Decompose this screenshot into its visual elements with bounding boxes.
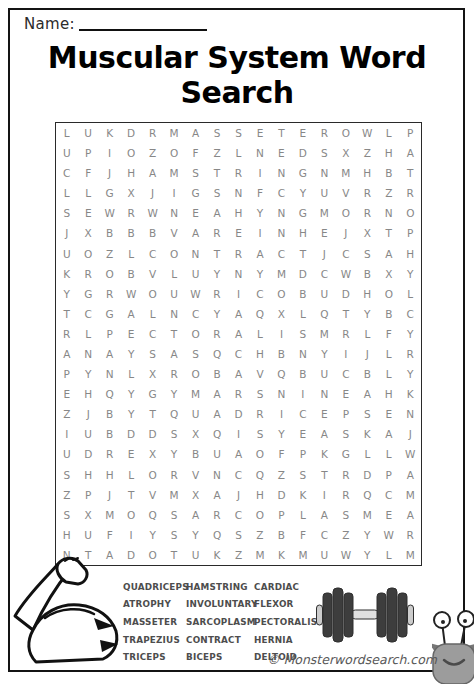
cell-r6c7[interactable]: A <box>185 223 206 243</box>
cell-r16c10[interactable]: S <box>249 424 270 444</box>
cell-r6c6[interactable]: V <box>163 223 184 243</box>
cell-r15c7[interactable]: U <box>185 404 206 424</box>
cell-r16c4[interactable]: D <box>120 424 141 444</box>
cell-r13c11[interactable]: Q <box>271 364 292 384</box>
cell-r8c4[interactable]: B <box>120 264 141 284</box>
cell-r17c13[interactable]: K <box>314 444 335 464</box>
cell-r15c6[interactable]: Q <box>163 404 184 424</box>
cell-r1c3[interactable]: K <box>99 123 120 143</box>
cell-r2c14[interactable]: X <box>335 143 356 163</box>
cell-r21c1[interactable]: H <box>56 525 77 545</box>
cell-r2c12[interactable]: D <box>292 143 313 163</box>
cell-r5c11[interactable]: N <box>271 203 292 223</box>
cell-r18c1[interactable]: S <box>56 465 77 485</box>
cell-r18c10[interactable]: Q <box>249 465 270 485</box>
cell-r15c11[interactable]: I <box>271 404 292 424</box>
cell-r3c2[interactable]: F <box>77 163 98 183</box>
cell-r15c16[interactable]: E <box>378 404 399 424</box>
cell-r13c16[interactable]: L <box>378 364 399 384</box>
cell-r14c13[interactable]: N <box>314 384 335 404</box>
cell-r15c5[interactable]: T <box>142 404 163 424</box>
cell-r19c6[interactable]: M <box>163 485 184 505</box>
cell-r4c7[interactable]: G <box>185 183 206 203</box>
cell-r10c16[interactable]: B <box>378 304 399 324</box>
cell-r6c5[interactable]: B <box>142 223 163 243</box>
cell-r9c12[interactable]: B <box>292 284 313 304</box>
cell-r16c6[interactable]: S <box>163 424 184 444</box>
cell-r2c6[interactable]: O <box>163 143 184 163</box>
cell-r13c15[interactable]: B <box>357 364 378 384</box>
cell-r9c4[interactable]: W <box>120 284 141 304</box>
cell-r6c3[interactable]: B <box>99 223 120 243</box>
cell-r16c12[interactable]: E <box>292 424 313 444</box>
cell-r9c1[interactable]: Y <box>56 284 77 304</box>
cell-r16c16[interactable]: A <box>378 424 399 444</box>
cell-r22c13[interactable]: U <box>314 545 335 565</box>
cell-r13c13[interactable]: U <box>314 364 335 384</box>
cell-r6c11[interactable]: N <box>271 223 292 243</box>
cell-r1c15[interactable]: W <box>357 123 378 143</box>
cell-r2c3[interactable]: I <box>99 143 120 163</box>
cell-r9c13[interactable]: U <box>314 284 335 304</box>
cell-r8c7[interactable]: U <box>185 264 206 284</box>
cell-r2c2[interactable]: P <box>77 143 98 163</box>
cell-r13c12[interactable]: B <box>292 364 313 384</box>
cell-r15c2[interactable]: J <box>77 404 98 424</box>
cell-r1c17[interactable]: P <box>400 123 421 143</box>
cell-r13c2[interactable]: Y <box>77 364 98 384</box>
cell-r5c4[interactable]: R <box>120 203 141 223</box>
cell-r19c8[interactable]: A <box>206 485 227 505</box>
cell-r11c6[interactable]: T <box>163 324 184 344</box>
cell-r13c4[interactable]: L <box>120 364 141 384</box>
cell-r18c13[interactable]: T <box>314 465 335 485</box>
cell-r7c1[interactable]: U <box>56 244 77 264</box>
cell-r19c14[interactable]: R <box>335 485 356 505</box>
cell-r21c17[interactable]: R <box>400 525 421 545</box>
cell-r5c7[interactable]: E <box>185 203 206 223</box>
cell-r5c3[interactable]: W <box>99 203 120 223</box>
cell-r10c9[interactable]: A <box>228 304 249 324</box>
cell-r15c1[interactable]: Z <box>56 404 77 424</box>
cell-r8c17[interactable]: Y <box>400 264 421 284</box>
cell-r9c5[interactable]: O <box>142 284 163 304</box>
cell-r20c6[interactable]: S <box>163 505 184 525</box>
cell-r2c15[interactable]: Z <box>357 143 378 163</box>
cell-r21c5[interactable]: Y <box>142 525 163 545</box>
cell-r12c13[interactable]: Y <box>314 344 335 364</box>
cell-r8c8[interactable]: Y <box>206 264 227 284</box>
cell-r3c3[interactable]: J <box>99 163 120 183</box>
cell-r7c14[interactable]: C <box>335 244 356 264</box>
cell-r7c17[interactable]: H <box>400 244 421 264</box>
cell-r9c7[interactable]: W <box>185 284 206 304</box>
cell-r4c16[interactable]: Z <box>378 183 399 203</box>
cell-r22c11[interactable]: K <box>271 545 292 565</box>
cell-r8c14[interactable]: W <box>335 264 356 284</box>
cell-r7c6[interactable]: O <box>163 244 184 264</box>
cell-r18c12[interactable]: S <box>292 465 313 485</box>
cell-r20c4[interactable]: O <box>120 505 141 525</box>
cell-r11c1[interactable]: R <box>56 324 77 344</box>
cell-r19c12[interactable]: K <box>292 485 313 505</box>
cell-r15c8[interactable]: A <box>206 404 227 424</box>
cell-r6c4[interactable]: B <box>120 223 141 243</box>
cell-r19c13[interactable]: I <box>314 485 335 505</box>
cell-r7c10[interactable]: A <box>249 244 270 264</box>
cell-r13c8[interactable]: B <box>206 364 227 384</box>
cell-r9c3[interactable]: R <box>99 284 120 304</box>
cell-r2c5[interactable]: Z <box>142 143 163 163</box>
cell-r8c15[interactable]: B <box>357 264 378 284</box>
cell-r14c15[interactable]: A <box>357 384 378 404</box>
cell-r22c15[interactable]: Y <box>357 545 378 565</box>
cell-r12c1[interactable]: A <box>56 344 77 364</box>
cell-r18c3[interactable]: H <box>99 465 120 485</box>
cell-r18c5[interactable]: O <box>142 465 163 485</box>
cell-r20c7[interactable]: A <box>185 505 206 525</box>
cell-r16c17[interactable]: J <box>400 424 421 444</box>
cell-r19c9[interactable]: J <box>228 485 249 505</box>
cell-r3c4[interactable]: H <box>120 163 141 183</box>
cell-r11c4[interactable]: E <box>120 324 141 344</box>
cell-r2c8[interactable]: Z <box>206 143 227 163</box>
cell-r7c2[interactable]: O <box>77 244 98 264</box>
cell-r6c10[interactable]: I <box>249 223 270 243</box>
cell-r17c12[interactable]: P <box>292 444 313 464</box>
cell-r5c12[interactable]: G <box>292 203 313 223</box>
cell-r9c16[interactable]: O <box>378 284 399 304</box>
cell-r3c7[interactable]: S <box>185 163 206 183</box>
cell-r22c12[interactable]: M <box>292 545 313 565</box>
cell-r22c14[interactable]: W <box>335 545 356 565</box>
cell-r17c14[interactable]: G <box>335 444 356 464</box>
cell-r11c11[interactable]: I <box>271 324 292 344</box>
cell-r21c14[interactable]: Z <box>335 525 356 545</box>
cell-r21c3[interactable]: F <box>99 525 120 545</box>
cell-r18c14[interactable]: R <box>335 465 356 485</box>
cell-r2c17[interactable]: A <box>400 143 421 163</box>
cell-r18c17[interactable]: A <box>400 465 421 485</box>
cell-r6c13[interactable]: E <box>314 223 335 243</box>
cell-r16c15[interactable]: K <box>357 424 378 444</box>
cell-r3c15[interactable]: H <box>357 163 378 183</box>
cell-r16c7[interactable]: X <box>185 424 206 444</box>
cell-r6c1[interactable]: J <box>56 223 77 243</box>
cell-r12c6[interactable]: A <box>163 344 184 364</box>
cell-r6c17[interactable]: P <box>400 223 421 243</box>
cell-r10c1[interactable]: T <box>56 304 77 324</box>
cell-r6c9[interactable]: E <box>228 223 249 243</box>
cell-r21c7[interactable]: Y <box>185 525 206 545</box>
cell-r19c7[interactable]: X <box>185 485 206 505</box>
cell-r1c1[interactable]: L <box>56 123 77 143</box>
cell-r4c6[interactable]: I <box>163 183 184 203</box>
cell-r3c17[interactable]: T <box>400 163 421 183</box>
cell-r14c11[interactable]: N <box>271 384 292 404</box>
cell-r17c1[interactable]: U <box>56 444 77 464</box>
cell-r11c7[interactable]: O <box>185 324 206 344</box>
cell-r13c5[interactable]: X <box>142 364 163 384</box>
cell-r12c12[interactable]: N <box>292 344 313 364</box>
cell-r6c14[interactable]: J <box>335 223 356 243</box>
cell-r4c3[interactable]: G <box>99 183 120 203</box>
cell-r7c7[interactable]: N <box>185 244 206 264</box>
cell-r7c16[interactable]: A <box>378 244 399 264</box>
cell-r12c15[interactable]: J <box>357 344 378 364</box>
cell-r1c16[interactable]: L <box>378 123 399 143</box>
cell-r8c16[interactable]: X <box>378 264 399 284</box>
cell-r9c15[interactable]: H <box>357 284 378 304</box>
cell-r3c14[interactable]: M <box>335 163 356 183</box>
cell-r5c2[interactable]: E <box>77 203 98 223</box>
cell-r16c11[interactable]: Y <box>271 424 292 444</box>
cell-r10c7[interactable]: C <box>185 304 206 324</box>
cell-r20c13[interactable]: A <box>314 505 335 525</box>
cell-r4c14[interactable]: V <box>335 183 356 203</box>
cell-r18c4[interactable]: L <box>120 465 141 485</box>
cell-r12c9[interactable]: C <box>228 344 249 364</box>
cell-r16c2[interactable]: U <box>77 424 98 444</box>
cell-r21c15[interactable]: Y <box>357 525 378 545</box>
cell-r3c13[interactable]: N <box>314 163 335 183</box>
cell-r4c15[interactable]: R <box>357 183 378 203</box>
cell-r21c16[interactable]: W <box>378 525 399 545</box>
cell-r19c4[interactable]: T <box>120 485 141 505</box>
cell-r20c16[interactable]: E <box>378 505 399 525</box>
cell-r6c12[interactable]: H <box>292 223 313 243</box>
cell-r5c14[interactable]: O <box>335 203 356 223</box>
cell-r12c8[interactable]: Q <box>206 344 227 364</box>
cell-r17c16[interactable]: L <box>378 444 399 464</box>
cell-r18c8[interactable]: N <box>206 465 227 485</box>
cell-r8c13[interactable]: C <box>314 264 335 284</box>
cell-r19c16[interactable]: C <box>378 485 399 505</box>
cell-r19c1[interactable]: Z <box>56 485 77 505</box>
cell-r17c2[interactable]: D <box>77 444 98 464</box>
cell-r10c4[interactable]: A <box>120 304 141 324</box>
cell-r20c5[interactable]: Q <box>142 505 163 525</box>
cell-r20c17[interactable]: A <box>400 505 421 525</box>
cell-r19c15[interactable]: Q <box>357 485 378 505</box>
cell-r20c14[interactable]: S <box>335 505 356 525</box>
cell-r16c8[interactable]: Q <box>206 424 227 444</box>
cell-r17c9[interactable]: A <box>228 444 249 464</box>
cell-r12c16[interactable]: L <box>378 344 399 364</box>
cell-r3c16[interactable]: B <box>378 163 399 183</box>
cell-r1c5[interactable]: R <box>142 123 163 143</box>
cell-r11c14[interactable]: R <box>335 324 356 344</box>
cell-r8c3[interactable]: O <box>99 264 120 284</box>
cell-r22c16[interactable]: L <box>378 545 399 565</box>
cell-r21c4[interactable]: I <box>120 525 141 545</box>
cell-r3c5[interactable]: A <box>142 163 163 183</box>
cell-r11c12[interactable]: S <box>292 324 313 344</box>
cell-r11c9[interactable]: A <box>228 324 249 344</box>
cell-r12c4[interactable]: Y <box>120 344 141 364</box>
cell-r10c13[interactable]: Q <box>314 304 335 324</box>
cell-r1c4[interactable]: D <box>120 123 141 143</box>
cell-r3c6[interactable]: M <box>163 163 184 183</box>
cell-r12c14[interactable]: I <box>335 344 356 364</box>
cell-r1c8[interactable]: S <box>206 123 227 143</box>
cell-r20c15[interactable]: M <box>357 505 378 525</box>
cell-r8c11[interactable]: M <box>271 264 292 284</box>
cell-r5c6[interactable]: N <box>163 203 184 223</box>
cell-r9c6[interactable]: U <box>163 284 184 304</box>
cell-r8c9[interactable]: N <box>228 264 249 284</box>
cell-r1c14[interactable]: O <box>335 123 356 143</box>
cell-r14c16[interactable]: H <box>378 384 399 404</box>
cell-r17c8[interactable]: U <box>206 444 227 464</box>
cell-r15c4[interactable]: Y <box>120 404 141 424</box>
cell-r6c2[interactable]: X <box>77 223 98 243</box>
cell-r10c15[interactable]: Y <box>357 304 378 324</box>
cell-r4c2[interactable]: L <box>77 183 98 203</box>
cell-r17c17[interactable]: W <box>400 444 421 464</box>
cell-r10c11[interactable]: X <box>271 304 292 324</box>
cell-r7c13[interactable]: J <box>314 244 335 264</box>
cell-r22c9[interactable]: Z <box>228 545 249 565</box>
cell-r8c2[interactable]: R <box>77 264 98 284</box>
cell-r5c15[interactable]: R <box>357 203 378 223</box>
cell-r1c9[interactable]: S <box>228 123 249 143</box>
cell-r4c11[interactable]: C <box>271 183 292 203</box>
cell-r18c9[interactable]: C <box>228 465 249 485</box>
cell-r2c7[interactable]: F <box>185 143 206 163</box>
cell-r10c14[interactable]: T <box>335 304 356 324</box>
cell-r4c12[interactable]: Y <box>292 183 313 203</box>
cell-r5c17[interactable]: O <box>400 203 421 223</box>
cell-r12c17[interactable]: R <box>400 344 421 364</box>
cell-r7c4[interactable]: L <box>120 244 141 264</box>
cell-r1c10[interactable]: E <box>249 123 270 143</box>
cell-r18c16[interactable]: P <box>378 465 399 485</box>
cell-r5c1[interactable]: S <box>56 203 77 223</box>
cell-r4c13[interactable]: U <box>314 183 335 203</box>
cell-r3c8[interactable]: T <box>206 163 227 183</box>
cell-r8c12[interactable]: D <box>292 264 313 284</box>
cell-r22c5[interactable]: O <box>142 545 163 565</box>
cell-r12c11[interactable]: B <box>271 344 292 364</box>
cell-r17c5[interactable]: X <box>142 444 163 464</box>
cell-r22c8[interactable]: K <box>206 545 227 565</box>
cell-r20c3[interactable]: M <box>99 505 120 525</box>
cell-r14c1[interactable]: E <box>56 384 77 404</box>
cell-r8c5[interactable]: V <box>142 264 163 284</box>
cell-r21c2[interactable]: U <box>77 525 98 545</box>
cell-r1c13[interactable]: R <box>314 123 335 143</box>
cell-r10c10[interactable]: Q <box>249 304 270 324</box>
cell-r14c4[interactable]: Y <box>120 384 141 404</box>
cell-r9c2[interactable]: G <box>77 284 98 304</box>
cell-r22c10[interactable]: M <box>249 545 270 565</box>
cell-r10c8[interactable]: Y <box>206 304 227 324</box>
cell-r1c11[interactable]: T <box>271 123 292 143</box>
cell-r11c17[interactable]: Y <box>400 324 421 344</box>
cell-r16c14[interactable]: S <box>335 424 356 444</box>
cell-r3c1[interactable]: C <box>56 163 77 183</box>
cell-r6c16[interactable]: T <box>378 223 399 243</box>
cell-r7c11[interactable]: C <box>271 244 292 264</box>
cell-r13c9[interactable]: A <box>228 364 249 384</box>
cell-r16c13[interactable]: A <box>314 424 335 444</box>
cell-r1c2[interactable]: U <box>77 123 98 143</box>
cell-r7c15[interactable]: S <box>357 244 378 264</box>
cell-r7c12[interactable]: T <box>292 244 313 264</box>
cell-r2c1[interactable]: U <box>56 143 77 163</box>
cell-r16c1[interactable]: I <box>56 424 77 444</box>
cell-r11c8[interactable]: R <box>206 324 227 344</box>
cell-r15c15[interactable]: S <box>357 404 378 424</box>
cell-r9c8[interactable]: R <box>206 284 227 304</box>
cell-r14c6[interactable]: Y <box>163 384 184 404</box>
cell-r9c10[interactable]: C <box>249 284 270 304</box>
cell-r19c5[interactable]: V <box>142 485 163 505</box>
cell-r4c10[interactable]: F <box>249 183 270 203</box>
cell-r1c7[interactable]: A <box>185 123 206 143</box>
cell-r16c9[interactable]: I <box>228 424 249 444</box>
cell-r2c11[interactable]: E <box>271 143 292 163</box>
cell-r15c17[interactable]: N <box>400 404 421 424</box>
cell-r13c1[interactable]: P <box>56 364 77 384</box>
cell-r3c11[interactable]: N <box>271 163 292 183</box>
cell-r15c10[interactable]: R <box>249 404 270 424</box>
cell-r20c2[interactable]: X <box>77 505 98 525</box>
cell-r5c9[interactable]: H <box>228 203 249 223</box>
cell-r4c5[interactable]: J <box>142 183 163 203</box>
cell-r12c5[interactable]: S <box>142 344 163 364</box>
cell-r21c8[interactable]: Q <box>206 525 227 545</box>
cell-r3c9[interactable]: R <box>228 163 249 183</box>
cell-r20c12[interactable]: L <box>292 505 313 525</box>
cell-r10c17[interactable]: C <box>400 304 421 324</box>
cell-r16c5[interactable]: D <box>142 424 163 444</box>
cell-r14c9[interactable]: R <box>228 384 249 404</box>
cell-r8c1[interactable]: K <box>56 264 77 284</box>
cell-r16c3[interactable]: B <box>99 424 120 444</box>
cell-r9c9[interactable]: I <box>228 284 249 304</box>
cell-r21c13[interactable]: C <box>314 525 335 545</box>
cell-r19c3[interactable]: J <box>99 485 120 505</box>
cell-r13c14[interactable]: C <box>335 364 356 384</box>
cell-r17c6[interactable]: Y <box>163 444 184 464</box>
cell-r14c17[interactable]: K <box>400 384 421 404</box>
cell-r2c16[interactable]: H <box>378 143 399 163</box>
cell-r9c11[interactable]: O <box>271 284 292 304</box>
cell-r5c8[interactable]: A <box>206 203 227 223</box>
cell-r9c17[interactable]: L <box>400 284 421 304</box>
cell-r3c10[interactable]: I <box>249 163 270 183</box>
cell-r18c15[interactable]: D <box>357 465 378 485</box>
cell-r21c12[interactable]: F <box>292 525 313 545</box>
cell-r5c10[interactable]: Y <box>249 203 270 223</box>
cell-r17c11[interactable]: F <box>271 444 292 464</box>
cell-r12c10[interactable]: H <box>249 344 270 364</box>
cell-r12c7[interactable]: S <box>185 344 206 364</box>
cell-r7c8[interactable]: T <box>206 244 227 264</box>
cell-r9c14[interactable]: D <box>335 284 356 304</box>
cell-r11c5[interactable]: C <box>142 324 163 344</box>
cell-r19c10[interactable]: H <box>249 485 270 505</box>
cell-r4c4[interactable]: X <box>120 183 141 203</box>
cell-r19c17[interactable]: M <box>400 485 421 505</box>
cell-r22c17[interactable]: M <box>400 545 421 565</box>
cell-r20c10[interactable]: O <box>249 505 270 525</box>
cell-r5c13[interactable]: M <box>314 203 335 223</box>
cell-r18c11[interactable]: Z <box>271 465 292 485</box>
cell-r17c3[interactable]: R <box>99 444 120 464</box>
